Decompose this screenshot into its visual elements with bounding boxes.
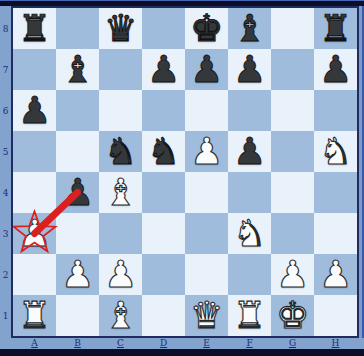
right-edge <box>359 6 364 338</box>
square-c6[interactable] <box>99 90 142 131</box>
black-knight-c5-icon[interactable]: ♞ <box>99 131 142 172</box>
square-f5[interactable]: ♟ <box>228 131 271 172</box>
square-a2[interactable] <box>13 254 56 295</box>
square-e8[interactable]: ♚ <box>185 8 228 49</box>
black-pawn-b4-icon[interactable]: ♟ <box>56 172 99 213</box>
square-c3[interactable] <box>99 213 142 254</box>
board-area: 87654321 ♜♛♚♝♜♝♟♟♟♟♟♞♞♟♟♞♟♝♟♞♟♟♟♟♜♝♛♜♚ <box>0 6 364 338</box>
file-label-c: C <box>99 338 142 349</box>
square-h1[interactable] <box>314 295 357 336</box>
rank-label-4: 4 <box>0 172 11 213</box>
square-b6[interactable] <box>56 90 99 131</box>
file-label-g: G <box>271 338 314 349</box>
square-a5[interactable] <box>13 131 56 172</box>
square-h2[interactable]: ♟ <box>314 254 357 295</box>
square-h3[interactable] <box>314 213 357 254</box>
rank-label-6: 6 <box>0 90 11 131</box>
file-label-h: H <box>314 338 357 349</box>
square-c8[interactable]: ♛ <box>99 8 142 49</box>
file-labels: ABCDEFGH <box>0 338 364 349</box>
square-e6[interactable] <box>185 90 228 131</box>
square-a3[interactable]: ♟ <box>13 213 56 254</box>
square-e4[interactable] <box>185 172 228 213</box>
square-b2[interactable]: ♟ <box>56 254 99 295</box>
square-g4[interactable] <box>271 172 314 213</box>
black-pawn-f5-icon[interactable]: ♟ <box>228 131 271 172</box>
square-b5[interactable] <box>56 131 99 172</box>
square-d3[interactable] <box>142 213 185 254</box>
black-pawn-e7-icon[interactable]: ♟ <box>185 49 228 90</box>
black-rook-h8-icon[interactable]: ♜ <box>314 8 357 49</box>
square-a8[interactable]: ♜ <box>13 8 56 49</box>
square-f2[interactable] <box>228 254 271 295</box>
chess-board: ♜♛♚♝♜♝♟♟♟♟♟♞♞♟♟♞♟♝♟♞♟♟♟♟♜♝♛♜♚ <box>11 6 359 338</box>
chess-board-app: 87654321 ♜♛♚♝♜♝♟♟♟♟♟♞♞♟♟♞♟♝♟♞♟♟♟♟♜♝♛♜♚ A… <box>0 0 364 356</box>
black-pawn-f7-icon[interactable]: ♟ <box>228 49 271 90</box>
black-queen-c8-icon[interactable]: ♛ <box>99 8 142 49</box>
white-pawn-b2-icon[interactable]: ♟ <box>56 254 99 295</box>
square-a7[interactable] <box>13 49 56 90</box>
file-label-a: A <box>13 338 56 349</box>
square-d2[interactable] <box>142 254 185 295</box>
square-h4[interactable] <box>314 172 357 213</box>
square-d6[interactable] <box>142 90 185 131</box>
square-b3[interactable] <box>56 213 99 254</box>
file-label-b: B <box>56 338 99 349</box>
file-label-d: D <box>142 338 185 349</box>
rank-label-2: 2 <box>0 254 11 295</box>
square-a4[interactable] <box>13 172 56 213</box>
square-c5[interactable]: ♞ <box>99 131 142 172</box>
square-b4[interactable]: ♟ <box>56 172 99 213</box>
white-pawn-h2-icon[interactable]: ♟ <box>314 254 357 295</box>
square-f8[interactable]: ♝ <box>228 8 271 49</box>
rank-label-8: 8 <box>0 8 11 49</box>
white-rook-a1-icon[interactable]: ♜ <box>13 295 56 336</box>
square-b1[interactable] <box>56 295 99 336</box>
square-g1[interactable]: ♚ <box>271 295 314 336</box>
white-pawn-g2-icon[interactable]: ♟ <box>271 254 314 295</box>
square-g3[interactable] <box>271 213 314 254</box>
white-pawn-e5-icon[interactable]: ♟ <box>185 131 228 172</box>
black-rook-a8-icon[interactable]: ♜ <box>13 8 56 49</box>
white-bishop-c4-icon[interactable]: ♝ <box>99 172 142 213</box>
square-g6[interactable] <box>271 90 314 131</box>
square-c4[interactable]: ♝ <box>99 172 142 213</box>
square-f3[interactable]: ♞ <box>228 213 271 254</box>
white-pawn-a3-icon[interactable]: ♟ <box>13 213 56 254</box>
square-h5[interactable]: ♞ <box>314 131 357 172</box>
square-c1[interactable]: ♝ <box>99 295 142 336</box>
square-h7[interactable]: ♟ <box>314 49 357 90</box>
black-king-e8-icon[interactable]: ♚ <box>185 8 228 49</box>
square-g7[interactable] <box>271 49 314 90</box>
square-e1[interactable]: ♛ <box>185 295 228 336</box>
square-d1[interactable] <box>142 295 185 336</box>
file-label-e: E <box>185 338 228 349</box>
file-labels-spacer <box>0 338 13 349</box>
board-grid: ♜♛♚♝♜♝♟♟♟♟♟♞♞♟♟♞♟♝♟♞♟♟♟♟♜♝♛♜♚ <box>13 8 357 336</box>
square-d8[interactable] <box>142 8 185 49</box>
square-d5[interactable]: ♞ <box>142 131 185 172</box>
window-bottom-edge <box>0 349 364 356</box>
square-g2[interactable]: ♟ <box>271 254 314 295</box>
white-knight-h5-icon[interactable]: ♞ <box>314 131 357 172</box>
white-bishop-c1-icon[interactable]: ♝ <box>99 295 142 336</box>
square-g8[interactable] <box>271 8 314 49</box>
square-h8[interactable]: ♜ <box>314 8 357 49</box>
white-king-g1-icon[interactable]: ♚ <box>271 295 314 336</box>
square-c2[interactable]: ♟ <box>99 254 142 295</box>
white-pawn-c2-icon[interactable]: ♟ <box>99 254 142 295</box>
square-f1[interactable]: ♜ <box>228 295 271 336</box>
square-f7[interactable]: ♟ <box>228 49 271 90</box>
square-a1[interactable]: ♜ <box>13 295 56 336</box>
white-queen-e1-icon[interactable]: ♛ <box>185 295 228 336</box>
square-f4[interactable] <box>228 172 271 213</box>
square-e7[interactable]: ♟ <box>185 49 228 90</box>
rank-label-1: 1 <box>0 295 11 336</box>
square-e3[interactable] <box>185 213 228 254</box>
white-rook-f1-icon[interactable]: ♜ <box>228 295 271 336</box>
black-pawn-h7-icon[interactable]: ♟ <box>314 49 357 90</box>
black-bishop-b7-icon[interactable]: ♝ <box>56 49 99 90</box>
square-e5[interactable]: ♟ <box>185 131 228 172</box>
square-g5[interactable] <box>271 131 314 172</box>
square-c7[interactable] <box>99 49 142 90</box>
rank-label-7: 7 <box>0 49 11 90</box>
black-knight-d5-icon[interactable]: ♞ <box>142 131 185 172</box>
square-a6[interactable]: ♟ <box>13 90 56 131</box>
rank-labels: 87654321 <box>0 6 11 338</box>
black-pawn-a6-icon[interactable]: ♟ <box>13 90 56 131</box>
black-bishop-f8-icon[interactable]: ♝ <box>228 8 271 49</box>
square-h6[interactable] <box>314 90 357 131</box>
rank-label-5: 5 <box>0 131 11 172</box>
square-d4[interactable] <box>142 172 185 213</box>
white-knight-f3-icon[interactable]: ♞ <box>228 213 271 254</box>
square-f6[interactable] <box>228 90 271 131</box>
square-e2[interactable] <box>185 254 228 295</box>
square-b8[interactable] <box>56 8 99 49</box>
square-d7[interactable]: ♟ <box>142 49 185 90</box>
file-label-f: F <box>228 338 271 349</box>
square-b7[interactable]: ♝ <box>56 49 99 90</box>
black-pawn-d7-icon[interactable]: ♟ <box>142 49 185 90</box>
rank-label-3: 3 <box>0 213 11 254</box>
